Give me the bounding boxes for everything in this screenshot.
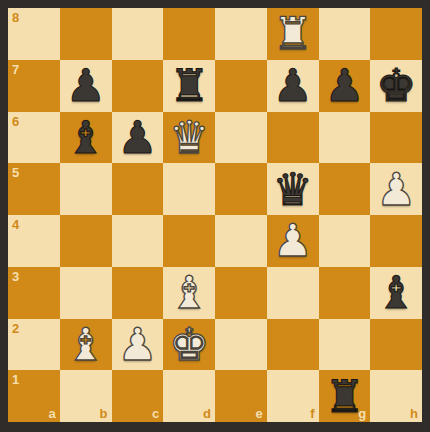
square-c7[interactable] xyxy=(112,60,164,112)
black-bishop-h3[interactable]: ♝ xyxy=(376,267,416,318)
white-bishop-b2[interactable]: ♝ xyxy=(65,319,105,370)
square-f6[interactable] xyxy=(267,112,319,164)
square-c6[interactable]: ♟ xyxy=(112,112,164,164)
square-b2[interactable]: ♝ xyxy=(60,319,112,371)
square-c8[interactable] xyxy=(112,8,164,60)
square-g7[interactable]: ♟ xyxy=(319,60,371,112)
white-rook-f8[interactable]: ♜ xyxy=(272,8,312,59)
square-a6[interactable]: 6 xyxy=(8,112,60,164)
square-h7[interactable]: ♚ xyxy=(370,60,422,112)
square-g8[interactable] xyxy=(319,8,371,60)
square-d5[interactable] xyxy=(163,163,215,215)
black-king-h7[interactable]: ♚ xyxy=(376,60,416,111)
square-h8[interactable] xyxy=(370,8,422,60)
rank-label-1: 1 xyxy=(12,373,19,386)
square-b8[interactable] xyxy=(60,8,112,60)
square-h1[interactable]: h xyxy=(370,370,422,422)
square-h5[interactable]: ♟ xyxy=(370,163,422,215)
square-e6[interactable] xyxy=(215,112,267,164)
square-b4[interactable] xyxy=(60,215,112,267)
black-pawn-b7[interactable]: ♟ xyxy=(65,60,105,111)
rank-label-3: 3 xyxy=(12,270,19,283)
black-pawn-c6[interactable]: ♟ xyxy=(117,112,157,163)
black-queen-f5[interactable]: ♛ xyxy=(272,164,312,215)
square-e4[interactable] xyxy=(215,215,267,267)
square-h2[interactable] xyxy=(370,319,422,371)
square-a8[interactable]: 8 xyxy=(8,8,60,60)
square-f7[interactable]: ♟ xyxy=(267,60,319,112)
square-a3[interactable]: 3 xyxy=(8,267,60,319)
square-b3[interactable] xyxy=(60,267,112,319)
square-c2[interactable]: ♟ xyxy=(112,319,164,371)
square-d2[interactable]: ♚ xyxy=(163,319,215,371)
square-e2[interactable] xyxy=(215,319,267,371)
square-e7[interactable] xyxy=(215,60,267,112)
square-f1[interactable]: f xyxy=(267,370,319,422)
white-pawn-f4[interactable]: ♟ xyxy=(272,215,312,266)
square-f5[interactable]: ♛ xyxy=(267,163,319,215)
square-e5[interactable] xyxy=(215,163,267,215)
white-pawn-c2[interactable]: ♟ xyxy=(117,319,157,370)
square-g2[interactable] xyxy=(319,319,371,371)
rank-label-8: 8 xyxy=(12,11,19,24)
black-pawn-f7[interactable]: ♟ xyxy=(272,60,312,111)
black-pawn-g7[interactable]: ♟ xyxy=(324,60,364,111)
file-label-e: e xyxy=(256,407,263,420)
square-g5[interactable] xyxy=(319,163,371,215)
square-h3[interactable]: ♝ xyxy=(370,267,422,319)
rank-label-5: 5 xyxy=(12,166,19,179)
square-h4[interactable] xyxy=(370,215,422,267)
square-f8[interactable]: ♜ xyxy=(267,8,319,60)
square-d1[interactable]: d xyxy=(163,370,215,422)
square-c4[interactable] xyxy=(112,215,164,267)
square-g1[interactable]: g♜ xyxy=(319,370,371,422)
board-frame: 8♜7♟♜♟♟♚6♝♟♛5♛♟4♟3♝♝2♝♟♚1abcdefg♜h xyxy=(0,0,430,432)
square-b7[interactable]: ♟ xyxy=(60,60,112,112)
file-label-b: b xyxy=(100,407,108,420)
black-rook-d7[interactable]: ♜ xyxy=(169,60,209,111)
square-f3[interactable] xyxy=(267,267,319,319)
square-g3[interactable] xyxy=(319,267,371,319)
white-pawn-h5[interactable]: ♟ xyxy=(376,164,416,215)
rank-label-7: 7 xyxy=(12,63,19,76)
rank-label-2: 2 xyxy=(12,322,19,335)
square-d3[interactable]: ♝ xyxy=(163,267,215,319)
square-g4[interactable] xyxy=(319,215,371,267)
square-e8[interactable] xyxy=(215,8,267,60)
square-e1[interactable]: e xyxy=(215,370,267,422)
square-b1[interactable]: b xyxy=(60,370,112,422)
square-d7[interactable]: ♜ xyxy=(163,60,215,112)
square-d6[interactable]: ♛ xyxy=(163,112,215,164)
file-label-a: a xyxy=(49,407,56,420)
rank-label-6: 6 xyxy=(12,115,19,128)
square-c5[interactable] xyxy=(112,163,164,215)
white-king-d2[interactable]: ♚ xyxy=(169,319,209,370)
square-e3[interactable] xyxy=(215,267,267,319)
square-a1[interactable]: 1a xyxy=(8,370,60,422)
chess-board: 8♜7♟♜♟♟♚6♝♟♛5♛♟4♟3♝♝2♝♟♚1abcdefg♜h xyxy=(8,8,422,422)
black-bishop-b6[interactable]: ♝ xyxy=(65,112,105,163)
square-a7[interactable]: 7 xyxy=(8,60,60,112)
file-label-f: f xyxy=(310,407,314,420)
square-d4[interactable] xyxy=(163,215,215,267)
file-label-c: c xyxy=(152,407,159,420)
square-c1[interactable]: c xyxy=(112,370,164,422)
file-label-g: g xyxy=(358,407,366,420)
rank-label-4: 4 xyxy=(12,218,19,231)
file-label-h: h xyxy=(410,407,418,420)
file-label-d: d xyxy=(203,407,211,420)
square-d8[interactable] xyxy=(163,8,215,60)
square-f4[interactable]: ♟ xyxy=(267,215,319,267)
square-f2[interactable] xyxy=(267,319,319,371)
square-b5[interactable] xyxy=(60,163,112,215)
square-h6[interactable] xyxy=(370,112,422,164)
square-g6[interactable] xyxy=(319,112,371,164)
white-bishop-d3[interactable]: ♝ xyxy=(169,267,209,318)
square-a4[interactable]: 4 xyxy=(8,215,60,267)
white-queen-d6[interactable]: ♛ xyxy=(169,112,209,163)
square-a2[interactable]: 2 xyxy=(8,319,60,371)
square-b6[interactable]: ♝ xyxy=(60,112,112,164)
square-c3[interactable] xyxy=(112,267,164,319)
square-a5[interactable]: 5 xyxy=(8,163,60,215)
